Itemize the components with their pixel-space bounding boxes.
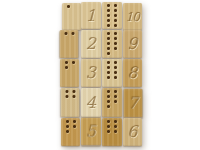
counting-dot — [65, 66, 68, 69]
counting-dot — [114, 42, 117, 45]
counting-dot — [114, 4, 117, 7]
counting-dot — [114, 37, 117, 40]
counting-dot — [114, 90, 117, 93]
counting-dot — [67, 5, 70, 8]
counting-dot — [73, 120, 76, 123]
dot-group-3 — [65, 61, 75, 69]
counting-dot — [107, 19, 110, 22]
dot-row — [67, 5, 70, 8]
dot-row — [107, 95, 117, 98]
dot-row — [107, 47, 117, 50]
dot-row — [107, 105, 110, 108]
numeral-engraving-5: 5 — [86, 124, 96, 140]
dot-row — [107, 66, 117, 69]
dot-row — [107, 76, 117, 79]
counting-dot — [65, 61, 68, 64]
counting-dot — [114, 130, 117, 133]
tile-numeral-9[interactable]: 9 — [123, 30, 142, 58]
counting-dot — [114, 120, 117, 123]
tile-dots-7[interactable] — [102, 88, 122, 117]
dot-group-1 — [67, 5, 77, 8]
dot-row — [66, 120, 76, 123]
tile-numeral-10[interactable]: 10 — [123, 3, 142, 30]
numeral-engraving-8: 8 — [127, 65, 137, 81]
tile-dots-6[interactable] — [102, 118, 122, 146]
dot-row — [107, 32, 117, 35]
tile-dots-4[interactable] — [61, 88, 80, 117]
puzzle-board: 11029384756 — [61, 2, 141, 147]
numeral-engraving-4: 4 — [86, 95, 96, 111]
counting-dot — [114, 14, 117, 17]
dot-row — [107, 9, 117, 12]
dot-row — [66, 125, 76, 128]
dot-row — [107, 24, 117, 27]
counting-dot — [114, 9, 117, 12]
dot-group-6 — [107, 120, 117, 133]
dot-group-8 — [107, 61, 117, 79]
counting-dot — [64, 32, 67, 35]
dot-row — [107, 71, 117, 74]
counting-dot — [107, 24, 110, 27]
dot-row — [64, 32, 74, 35]
numeral-engraving-3: 3 — [86, 65, 96, 81]
counting-dot — [114, 125, 117, 128]
counting-dot — [114, 95, 117, 98]
tile-numeral-8[interactable]: 8 — [123, 59, 142, 87]
counting-dot — [107, 90, 110, 93]
counting-dot — [107, 52, 110, 55]
tile-dots-2[interactable] — [60, 30, 79, 58]
counting-dot — [71, 32, 74, 35]
dot-row — [65, 66, 68, 69]
numeral-engraving-10: 10 — [126, 11, 139, 23]
numeral-engraving-7: 7 — [128, 95, 138, 111]
dot-row — [107, 61, 117, 64]
counting-dot — [114, 66, 117, 69]
counting-dot — [114, 19, 117, 22]
counting-dot — [107, 120, 110, 123]
dot-row — [66, 130, 69, 133]
counting-dot — [66, 125, 69, 128]
counting-dot — [114, 24, 117, 27]
counting-dot — [107, 66, 110, 69]
counting-dot — [107, 14, 110, 17]
counting-dot — [73, 125, 76, 128]
counting-dot — [107, 71, 110, 74]
dot-group-2 — [64, 32, 74, 35]
numeral-engraving-9: 9 — [127, 36, 137, 52]
counting-dot — [114, 47, 117, 50]
dot-row — [107, 125, 117, 128]
counting-dot — [114, 100, 117, 103]
dot-row — [107, 100, 117, 103]
counting-dot — [65, 95, 68, 98]
dot-row — [107, 19, 117, 22]
counting-dot — [107, 42, 110, 45]
tile-numeral-6[interactable]: 6 — [123, 118, 142, 146]
numeral-engraving-2: 2 — [86, 36, 96, 52]
counting-dot — [107, 95, 110, 98]
dot-row — [107, 52, 110, 55]
counting-dot — [114, 61, 117, 64]
tile-numeral-3[interactable]: 3 — [81, 59, 101, 87]
dot-group-5 — [66, 120, 76, 133]
tile-dots-1[interactable] — [62, 3, 81, 30]
tile-numeral-2[interactable]: 2 — [81, 30, 101, 58]
counting-dot — [114, 76, 117, 79]
dot-row — [107, 37, 117, 40]
dot-group-10 — [107, 4, 117, 27]
counting-dot — [72, 61, 75, 64]
counting-dot — [66, 120, 69, 123]
tile-numeral-4[interactable]: 4 — [81, 88, 101, 117]
counting-dot — [107, 37, 110, 40]
dot-row — [65, 95, 75, 98]
counting-dot — [72, 95, 75, 98]
counting-dot — [66, 130, 69, 133]
counting-dot — [107, 9, 110, 12]
dot-row — [107, 4, 117, 7]
dot-row — [107, 120, 117, 123]
counting-dot — [107, 130, 110, 133]
counting-dot — [107, 100, 110, 103]
counting-dot — [114, 71, 117, 74]
counting-dot — [107, 4, 110, 7]
dot-group-4 — [65, 90, 75, 98]
tile-dots-3[interactable] — [60, 59, 79, 87]
tile-numeral-5[interactable]: 5 — [81, 118, 101, 146]
dot-row — [107, 90, 117, 93]
counting-dot — [72, 90, 75, 93]
tile-numeral-7[interactable]: 7 — [124, 89, 143, 118]
tile-dots-10[interactable] — [102, 2, 122, 29]
numeral-engraving-6: 6 — [127, 124, 137, 140]
tile-numeral-1[interactable]: 1 — [81, 2, 101, 29]
counting-dot — [107, 105, 110, 108]
numeral-engraving-1: 1 — [86, 8, 96, 24]
counting-dot — [114, 32, 117, 35]
dot-row — [107, 42, 117, 45]
dot-row — [107, 130, 117, 133]
dot-row — [65, 90, 75, 93]
dot-row — [65, 61, 75, 64]
counting-dot — [107, 125, 110, 128]
counting-dot — [107, 32, 110, 35]
tile-dots-8[interactable] — [102, 59, 122, 87]
counting-dot — [65, 90, 68, 93]
counting-dot — [107, 61, 110, 64]
dot-row — [107, 14, 117, 17]
dot-group-7 — [107, 90, 117, 108]
tile-dots-5[interactable] — [61, 118, 80, 146]
counting-dot — [107, 47, 110, 50]
dot-group-9 — [107, 32, 117, 55]
photo-canvas: 11029384756 — [0, 0, 200, 150]
counting-dot — [107, 76, 110, 79]
tile-dots-9[interactable] — [102, 30, 122, 58]
